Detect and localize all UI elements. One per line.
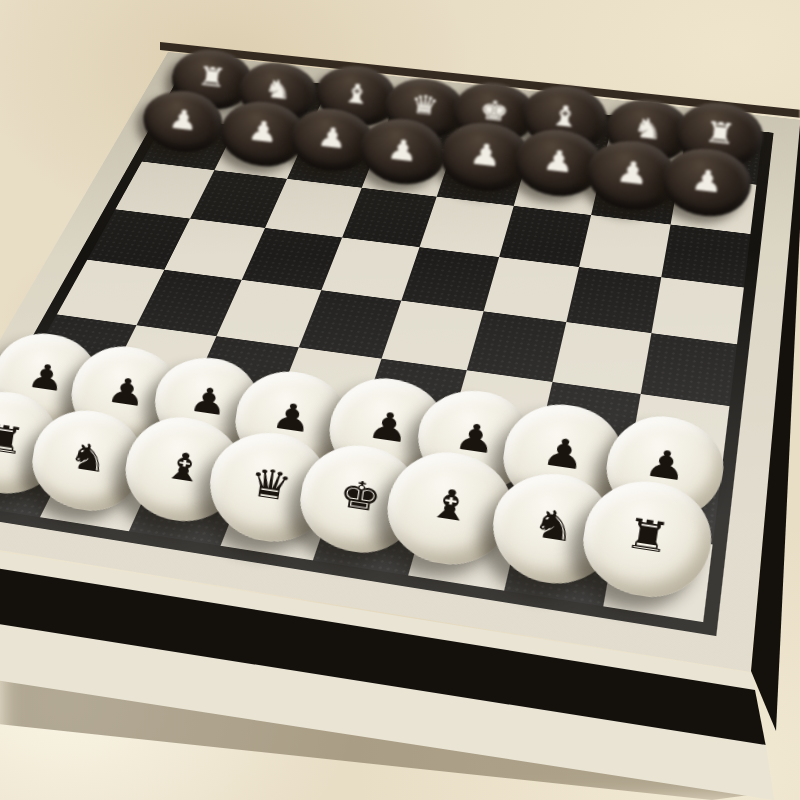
pawn-glyph: ♟ <box>365 405 412 449</box>
pawn-glyph: ♟ <box>168 105 200 135</box>
pawn-glyph: ♟ <box>187 382 230 422</box>
rook-glyph: ♜ <box>197 63 228 92</box>
photo-stage: ♜♞♝♛♚♝♞♜♟♟♟♟♟♟♟♟♟♟♟♟♟♟♟♟♜♞♝♛♚♝♞♜ <box>0 0 800 800</box>
queen-glyph: ♛ <box>410 92 441 121</box>
pawn-glyph: ♟ <box>386 134 420 165</box>
pawn-glyph: ♟ <box>316 123 348 153</box>
rook-glyph: ♜ <box>0 418 27 461</box>
bishop-glyph: ♝ <box>341 79 373 109</box>
pawn-glyph: ♟ <box>104 372 148 413</box>
pieces-layer: ♜♞♝♛♚♝♞♜♟♟♟♟♟♟♟♟♟♟♟♟♟♟♟♟♜♞♝♛♚♝♞♜ <box>0 0 800 800</box>
knight-glyph: ♞ <box>631 114 664 145</box>
bishop-glyph: ♝ <box>425 482 475 529</box>
pawn-glyph: ♟ <box>541 145 575 177</box>
rook-glyph: ♜ <box>622 512 673 560</box>
pawn-glyph: ♟ <box>690 164 725 196</box>
pawn-glyph: ♟ <box>25 357 67 396</box>
knight-glyph: ♞ <box>66 437 111 479</box>
queen-glyph: ♛ <box>247 461 296 507</box>
bishop-glyph: ♝ <box>161 445 208 489</box>
pawn-glyph: ♟ <box>453 416 499 459</box>
knight-glyph: ♞ <box>530 503 579 549</box>
pawn-glyph: ♟ <box>246 116 279 147</box>
knight-glyph: ♞ <box>263 76 293 104</box>
bishop-glyph: ♝ <box>548 100 582 131</box>
pawn-glyph: ♟ <box>614 157 650 190</box>
king-glyph: ♚ <box>336 473 384 518</box>
pawn-glyph: ♟ <box>540 432 588 477</box>
rook-glyph: ♜ <box>703 118 737 150</box>
pawn-glyph: ♟ <box>468 138 503 171</box>
